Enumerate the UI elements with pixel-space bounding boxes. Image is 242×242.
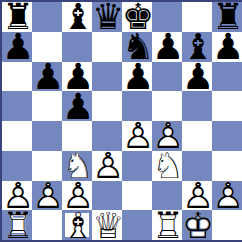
square-d6[interactable]	[92, 62, 122, 92]
white-queen-d1[interactable]: ♛♕	[92, 211, 122, 240]
white-bishop-c1[interactable]: ♝♗	[62, 211, 92, 240]
square-g1[interactable]: ♚♔	[182, 210, 212, 240]
square-c8[interactable]: ♝	[62, 2, 92, 32]
white-piece-outline: ♙	[212, 181, 242, 210]
square-a5[interactable]	[2, 91, 32, 121]
square-f3[interactable]: ♞♘	[152, 151, 182, 181]
white-piece-outline: ♖	[2, 211, 32, 240]
square-d3[interactable]: ♟♙	[92, 151, 122, 181]
square-e2[interactable]	[122, 181, 152, 211]
square-f1[interactable]: ♜♖	[152, 210, 182, 240]
black-pawn-f7[interactable]: ♟	[152, 32, 182, 61]
square-c1[interactable]: ♝♗	[62, 210, 92, 240]
square-f7[interactable]: ♟	[152, 32, 182, 62]
chess-board: ♜♝♛♚♜♟♞♟♝♟♟♟♟♟♟♟♙♟♙♞♘♟♙♞♘♟♙♟♙♟♙♟♙♟♙♜♖♝♗♛…	[0, 0, 242, 242]
black-pawn-c5[interactable]: ♟	[62, 92, 92, 121]
white-pawn-h2[interactable]: ♟♙	[212, 181, 242, 210]
square-h4[interactable]	[212, 121, 242, 151]
square-b6[interactable]: ♟	[32, 62, 62, 92]
square-g4[interactable]	[182, 121, 212, 151]
white-piece-outline: ♕	[92, 211, 122, 240]
black-queen-d8[interactable]: ♛	[92, 2, 122, 31]
white-piece-outline: ♙	[32, 181, 62, 210]
square-e4[interactable]: ♟♙	[122, 121, 152, 151]
square-a7[interactable]: ♟	[2, 32, 32, 62]
white-piece-outline: ♔	[182, 211, 212, 240]
square-e1[interactable]	[122, 210, 152, 240]
white-piece-outline: ♘	[152, 151, 182, 180]
white-piece-outline: ♙	[122, 121, 152, 150]
square-a4[interactable]	[2, 121, 32, 151]
white-rook-a1[interactable]: ♜♖	[2, 211, 32, 240]
square-h2[interactable]: ♟♙	[212, 181, 242, 211]
square-d1[interactable]: ♛♕	[92, 210, 122, 240]
square-h7[interactable]: ♟	[212, 32, 242, 62]
white-pawn-e4[interactable]: ♟♙	[122, 121, 152, 150]
black-pawn-g6[interactable]: ♟	[182, 62, 212, 91]
white-rook-f1[interactable]: ♜♖	[152, 211, 182, 240]
black-pawn-a7[interactable]: ♟	[2, 32, 32, 61]
square-e6[interactable]: ♟	[122, 62, 152, 92]
square-b8[interactable]	[32, 2, 62, 32]
white-pawn-d3[interactable]: ♟♙	[92, 151, 122, 180]
white-piece-outline: ♙	[92, 151, 122, 180]
square-b4[interactable]	[32, 121, 62, 151]
white-knight-f3[interactable]: ♞♘	[152, 151, 182, 180]
square-b2[interactable]: ♟♙	[32, 181, 62, 211]
black-pawn-b6[interactable]: ♟	[32, 62, 62, 91]
white-piece-outline: ♖	[152, 211, 182, 240]
square-d8[interactable]: ♛	[92, 2, 122, 32]
white-king-g1[interactable]: ♚♔	[182, 211, 212, 240]
square-g6[interactable]: ♟	[182, 62, 212, 92]
square-h5[interactable]	[212, 91, 242, 121]
square-d5[interactable]	[92, 91, 122, 121]
white-piece-outline: ♗	[62, 211, 92, 240]
black-pawn-h7[interactable]: ♟	[212, 32, 242, 61]
black-pawn-e6[interactable]: ♟	[122, 62, 152, 91]
white-pawn-b2[interactable]: ♟♙	[32, 181, 62, 210]
square-a1[interactable]: ♜♖	[2, 210, 32, 240]
black-bishop-c8[interactable]: ♝	[62, 2, 92, 31]
square-c5[interactable]: ♟	[62, 91, 92, 121]
